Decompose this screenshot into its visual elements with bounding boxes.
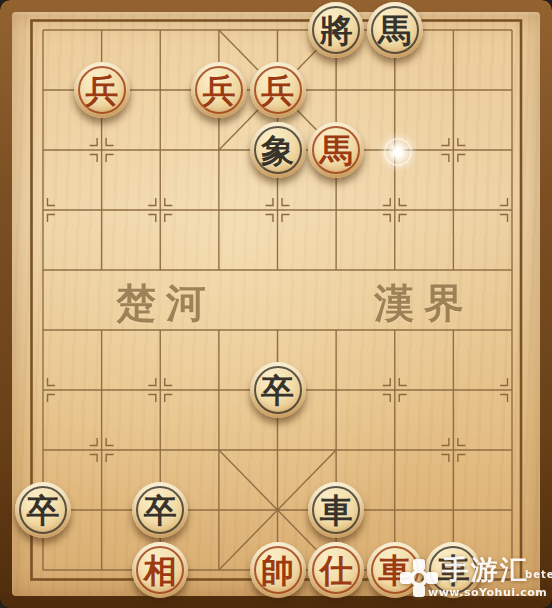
piece-glyph: 象 — [261, 134, 294, 167]
piece-glyph: 將 — [320, 14, 353, 47]
piece-red-general[interactable]: 帥 — [250, 542, 306, 598]
piece-glyph: 兵 — [85, 74, 118, 107]
move-indicator-glow — [374, 128, 422, 176]
piece-glyph: 相 — [144, 554, 177, 587]
piece-black-soldier[interactable]: 卒 — [132, 482, 188, 538]
piece-black-elephant[interactable]: 象 — [250, 122, 306, 178]
watermark-url: www.soYohui.com — [428, 586, 547, 599]
piece-glyph: 兵 — [261, 74, 294, 107]
piece-red-soldier[interactable]: 兵 — [74, 62, 130, 118]
piece-glyph: 卒 — [261, 374, 294, 407]
piece-glyph: 卒 — [27, 494, 60, 527]
piece-black-chariot[interactable]: 車 — [308, 482, 364, 538]
river-label-han-jie: 漢界 — [374, 276, 474, 331]
piece-red-elephant[interactable]: 相 — [132, 542, 188, 598]
piece-glyph: 仕 — [320, 554, 353, 587]
piece-black-soldier[interactable]: 卒 — [15, 482, 71, 538]
piece-red-advisor[interactable]: 仕 — [308, 542, 364, 598]
piece-black-general[interactable]: 將 — [308, 2, 364, 58]
river-label-chu-he: 楚河 — [116, 276, 216, 331]
xiangqi-board: 楚河 漢界 將馬兵兵兵象馬卒卒卒車相帥仕車車 手游汇 bete www.soYo… — [0, 0, 552, 608]
piece-red-soldier[interactable]: 兵 — [191, 62, 247, 118]
piece-glyph: 帥 — [261, 554, 294, 587]
piece-glyph: 馬 — [320, 134, 353, 167]
piece-glyph: 卒 — [144, 494, 177, 527]
piece-black-horse[interactable]: 馬 — [367, 2, 423, 58]
watermark-tag: bete — [525, 569, 552, 580]
piece-red-soldier[interactable]: 兵 — [250, 62, 306, 118]
piece-glyph: 車 — [320, 494, 353, 527]
watermark: 手游汇 bete www.soYohui.com — [392, 552, 550, 604]
watermark-brand: 手游汇 — [442, 552, 529, 588]
piece-glyph: 馬 — [378, 14, 411, 47]
piece-black-soldier[interactable]: 卒 — [250, 362, 306, 418]
piece-glyph: 兵 — [202, 74, 235, 107]
piece-red-horse[interactable]: 馬 — [308, 122, 364, 178]
